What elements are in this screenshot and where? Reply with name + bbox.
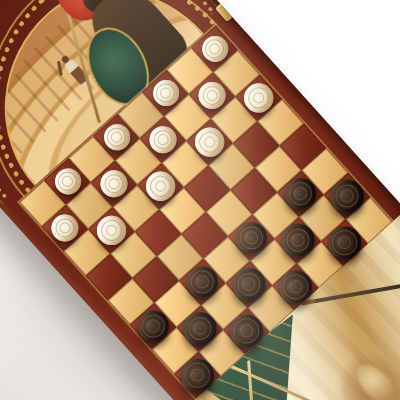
photo-scene: [0, 0, 400, 400]
game-board: [0, 0, 400, 400]
